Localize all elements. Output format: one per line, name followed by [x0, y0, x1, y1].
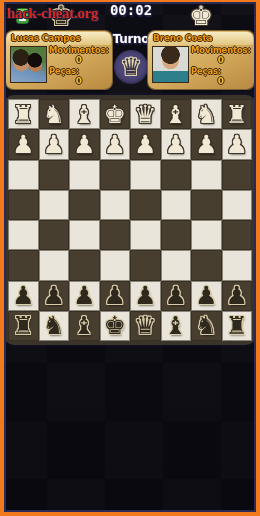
piece-wB[interactable]: ♝ [73, 102, 95, 127]
square-r6c2[interactable]: ♟ [69, 281, 100, 311]
square-r3c3[interactable] [100, 190, 131, 220]
square-r6c3[interactable]: ♟ [100, 281, 131, 311]
player-card-breno: Breno Costa Movimentos: 0 Peças: 0 [148, 31, 254, 89]
player-name: Lucas Campos [7, 32, 111, 45]
square-r3c4[interactable] [130, 190, 161, 220]
piece-bP[interactable]: ♟ [165, 283, 187, 308]
piece-bQ[interactable]: ♛ [134, 313, 156, 338]
square-r4c2[interactable] [69, 220, 100, 250]
piece-bN[interactable]: ♞ [43, 313, 65, 338]
turn-label: Turno [112, 32, 150, 46]
square-r7c3[interactable]: ♚ [100, 311, 131, 341]
square-r2c6[interactable] [191, 160, 222, 190]
piece-bB[interactable]: ♝ [73, 313, 95, 338]
player-stats: Movimentos: 0 Peças: 0 [191, 45, 251, 87]
square-r4c5[interactable] [161, 220, 192, 250]
square-r3c5[interactable] [161, 190, 192, 220]
turn-indicator: ♛ [114, 50, 148, 84]
piece-bP[interactable]: ♟ [195, 283, 217, 308]
piece-wB[interactable]: ♝ [165, 102, 187, 127]
square-r1c0[interactable]: ♟ [8, 129, 39, 159]
moves-label: Movimentos: [191, 45, 251, 55]
moves-value: 0 [49, 55, 109, 66]
square-r1c6[interactable]: ♟ [191, 129, 222, 159]
square-r5c2[interactable] [69, 250, 100, 280]
square-r7c4[interactable]: ♛ [130, 311, 161, 341]
square-r0c1[interactable]: ♞ [39, 99, 70, 129]
square-r5c4[interactable] [130, 250, 161, 280]
game-timer: 00:02 [104, 2, 158, 18]
square-r7c2[interactable]: ♝ [69, 311, 100, 341]
square-r6c6[interactable]: ♟ [191, 281, 222, 311]
square-r6c4[interactable]: ♟ [130, 281, 161, 311]
piece-bP[interactable]: ♟ [12, 283, 34, 308]
square-r1c7[interactable]: ♟ [222, 129, 253, 159]
piece-wP[interactable]: ♟ [134, 132, 156, 157]
square-r4c3[interactable] [100, 220, 131, 250]
square-r7c5[interactable]: ♝ [161, 311, 192, 341]
avatar [10, 46, 47, 83]
square-r7c0[interactable]: ♜ [8, 311, 39, 341]
square-r4c1[interactable] [39, 220, 70, 250]
square-r6c0[interactable]: ♟ [8, 281, 39, 311]
square-r4c7[interactable] [222, 220, 253, 250]
square-r5c5[interactable] [161, 250, 192, 280]
square-r1c2[interactable]: ♟ [69, 129, 100, 159]
piece-wP[interactable]: ♟ [104, 132, 126, 157]
piece-bP[interactable]: ♟ [134, 283, 156, 308]
square-r2c1[interactable] [39, 160, 70, 190]
black-queen-icon: ♛ [120, 55, 142, 79]
pieces-label: Peças: [49, 66, 109, 76]
pieces-label: Peças: [191, 66, 251, 76]
square-r5c0[interactable] [8, 250, 39, 280]
square-r7c7[interactable]: ♜ [222, 311, 253, 341]
board-frame: ♜♞♝♚♛♝♞♜♟♟♟♟♟♟♟♟♟♟♟♟♟♟♟♟♜♞♝♚♛♝♞♜ [4, 95, 256, 345]
square-r0c2[interactable]: ♝ [69, 99, 100, 129]
square-r3c7[interactable] [222, 190, 253, 220]
piece-wP[interactable]: ♟ [12, 132, 34, 157]
piece-wQ[interactable]: ♛ [134, 102, 156, 127]
square-r0c5[interactable]: ♝ [161, 99, 192, 129]
square-r2c4[interactable] [130, 160, 161, 190]
piece-wP[interactable]: ♟ [73, 132, 95, 157]
piece-bP[interactable]: ♟ [104, 283, 126, 308]
square-r0c3[interactable]: ♚ [100, 99, 131, 129]
square-r6c1[interactable]: ♟ [39, 281, 70, 311]
square-r5c1[interactable] [39, 250, 70, 280]
piece-bB[interactable]: ♝ [165, 313, 187, 338]
watermark-text: hack-cheat.org [7, 5, 98, 22]
pieces-value: 0 [49, 76, 109, 87]
piece-bP[interactable]: ♟ [43, 283, 65, 308]
piece-wK[interactable]: ♚ [104, 102, 126, 127]
square-r7c1[interactable]: ♞ [39, 311, 70, 341]
square-r5c7[interactable] [222, 250, 253, 280]
square-r6c5[interactable]: ♟ [161, 281, 192, 311]
chess-app-screen: ♚ 00:02 ♚ Lucas Campos Movimentos: 0 Peç… [0, 0, 260, 516]
square-r5c6[interactable] [191, 250, 222, 280]
square-r4c6[interactable] [191, 220, 222, 250]
square-r2c3[interactable] [100, 160, 131, 190]
chess-board[interactable]: ♜♞♝♚♛♝♞♜♟♟♟♟♟♟♟♟♟♟♟♟♟♟♟♟♜♞♝♚♛♝♞♜ [8, 99, 252, 341]
piece-wR[interactable]: ♜ [226, 102, 248, 127]
square-r6c7[interactable]: ♟ [222, 281, 253, 311]
moves-label: Movimentos: [49, 45, 109, 55]
white-king-icon: ♚ [186, 0, 216, 32]
moves-value: 0 [191, 55, 251, 66]
square-r2c7[interactable] [222, 160, 253, 190]
square-r3c2[interactable] [69, 190, 100, 220]
square-r5c3[interactable] [100, 250, 131, 280]
square-r3c6[interactable] [191, 190, 222, 220]
piece-wP[interactable]: ♟ [43, 132, 65, 157]
square-r0c6[interactable]: ♞ [191, 99, 222, 129]
square-r0c0[interactable]: ♜ [8, 99, 39, 129]
player-stats: Movimentos: 0 Peças: 0 [49, 45, 109, 87]
piece-wN[interactable]: ♞ [43, 102, 65, 127]
avatar [152, 46, 189, 83]
square-r3c1[interactable] [39, 190, 70, 220]
square-r3c0[interactable] [8, 190, 39, 220]
square-r0c7[interactable]: ♜ [222, 99, 253, 129]
piece-wP[interactable]: ♟ [165, 132, 187, 157]
square-r2c0[interactable] [8, 160, 39, 190]
piece-wP[interactable]: ♟ [195, 132, 217, 157]
player-name: Breno Costa [149, 32, 253, 45]
square-r1c4[interactable]: ♟ [130, 129, 161, 159]
piece-bK[interactable]: ♚ [104, 313, 126, 338]
square-r4c4[interactable] [130, 220, 161, 250]
pieces-value: 0 [191, 76, 251, 87]
square-r4c0[interactable] [8, 220, 39, 250]
square-r1c3[interactable]: ♟ [100, 129, 131, 159]
piece-wP[interactable]: ♟ [226, 132, 248, 157]
square-r2c5[interactable] [161, 160, 192, 190]
piece-bR[interactable]: ♜ [226, 313, 248, 338]
player-card-lucas: Lucas Campos Movimentos: 0 Peças: 0 [6, 31, 112, 89]
piece-bP[interactable]: ♟ [73, 283, 95, 308]
square-r1c1[interactable]: ♟ [39, 129, 70, 159]
square-r1c5[interactable]: ♟ [161, 129, 192, 159]
square-r2c2[interactable] [69, 160, 100, 190]
square-r0c4[interactable]: ♛ [130, 99, 161, 129]
piece-bP[interactable]: ♟ [226, 283, 248, 308]
piece-bR[interactable]: ♜ [12, 313, 34, 338]
square-r7c6[interactable]: ♞ [191, 311, 222, 341]
piece-wN[interactable]: ♞ [195, 102, 217, 127]
piece-bN[interactable]: ♞ [195, 313, 217, 338]
piece-wR[interactable]: ♜ [12, 102, 34, 127]
